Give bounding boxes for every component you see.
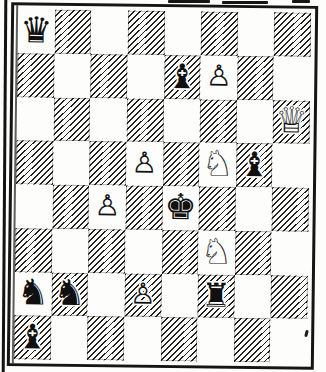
square-b6[interactable]: [53, 97, 90, 141]
square-a8[interactable]: ♛: [18, 9, 55, 53]
square-d7[interactable]: [127, 54, 164, 98]
square-g2[interactable]: [234, 274, 271, 318]
square-c2[interactable]: [88, 273, 125, 317]
square-g5[interactable]: ♝: [236, 143, 273, 187]
square-b8[interactable]: [54, 10, 91, 54]
square-d6[interactable]: [126, 98, 163, 142]
square-f8[interactable]: [201, 11, 238, 55]
square-f5[interactable]: ♘: [199, 143, 236, 187]
square-g4[interactable]: [235, 187, 272, 231]
square-h8[interactable]: [274, 12, 311, 56]
black-king: ♚: [164, 189, 197, 225]
square-c8[interactable]: [91, 10, 128, 54]
square-c5[interactable]: [89, 141, 126, 185]
square-e5[interactable]: [163, 142, 200, 186]
black-bishop: ♝: [239, 147, 270, 181]
print-artifact: [292, 0, 310, 3]
square-h1[interactable]: [270, 319, 307, 363]
white-pawn: ♙: [131, 148, 157, 177]
square-d3[interactable]: [125, 229, 162, 273]
square-e8[interactable]: [164, 11, 201, 55]
white-knight: ♘: [201, 146, 234, 182]
square-d1[interactable]: [124, 317, 161, 361]
square-d8[interactable]: [127, 11, 164, 55]
square-a4[interactable]: [15, 184, 52, 228]
square-f4[interactable]: [199, 186, 236, 230]
square-a3[interactable]: [15, 228, 52, 272]
square-d4[interactable]: [125, 186, 162, 230]
square-d5[interactable]: ♙: [126, 142, 163, 186]
square-f1[interactable]: [197, 318, 234, 362]
square-g3[interactable]: [235, 231, 272, 275]
white-queen: ♕: [275, 103, 308, 139]
square-a7[interactable]: [17, 53, 54, 97]
square-h3[interactable]: [271, 231, 308, 275]
black-knight: ♞: [17, 275, 50, 311]
square-e7[interactable]: ♝: [164, 55, 201, 99]
black-queen: ♛: [20, 12, 53, 48]
white-pawn: ♙: [206, 62, 232, 91]
square-a2[interactable]: ♞: [14, 272, 51, 316]
square-e3[interactable]: [161, 230, 198, 274]
square-h6[interactable]: ♕: [273, 100, 310, 144]
white-pawn: ♙: [94, 192, 120, 221]
black-bishop: ♝: [17, 319, 48, 353]
square-b1[interactable]: [50, 316, 87, 360]
square-e2[interactable]: [161, 273, 198, 317]
square-f7[interactable]: ♙: [200, 55, 237, 99]
square-a5[interactable]: [16, 140, 53, 184]
square-f6[interactable]: [200, 99, 237, 143]
square-c3[interactable]: [88, 229, 125, 273]
square-f3[interactable]: ♘: [198, 230, 235, 274]
chess-board-frame: ♛♝♙♕♙♘♝♙♚♘♞♞♙♜♝: [7, 2, 318, 370]
square-a6[interactable]: [17, 97, 54, 141]
print-artifact: [222, 1, 268, 4]
square-h4[interactable]: [272, 187, 309, 231]
square-a1[interactable]: ♝: [14, 315, 51, 359]
newspaper-clipping: ♛♝♙♕♙♘♝♙♚♘♞♞♙♜♝: [0, 0, 326, 372]
black-bishop: ♝: [167, 59, 198, 93]
square-h7[interactable]: [273, 56, 310, 100]
square-d2[interactable]: ♙: [124, 273, 161, 317]
square-g8[interactable]: [237, 12, 274, 56]
square-b2[interactable]: ♞: [51, 272, 88, 316]
square-b3[interactable]: [52, 228, 89, 272]
print-artifact: [168, 0, 210, 3]
square-b5[interactable]: [53, 141, 90, 185]
square-f2[interactable]: ♜: [198, 274, 235, 318]
square-b7[interactable]: [54, 53, 91, 97]
square-g6[interactable]: [236, 99, 273, 143]
square-c7[interactable]: [90, 54, 127, 98]
square-b4[interactable]: [52, 185, 89, 229]
chess-board: ♛♝♙♕♙♘♝♙♚♘♞♞♙♜♝: [14, 9, 311, 363]
square-c1[interactable]: [87, 316, 124, 360]
square-h2[interactable]: [271, 275, 308, 319]
black-rook: ♜: [201, 278, 231, 311]
square-e4[interactable]: ♚: [162, 186, 199, 230]
white-knight: ♘: [200, 233, 233, 269]
square-g7[interactable]: [237, 56, 274, 100]
square-e6[interactable]: [163, 99, 200, 143]
square-g1[interactable]: [234, 318, 271, 362]
white-pawn: ♙: [130, 279, 156, 308]
square-c6[interactable]: [90, 98, 127, 142]
square-c4[interactable]: ♙: [89, 185, 126, 229]
square-e1[interactable]: [160, 317, 197, 361]
square-h5[interactable]: [272, 144, 309, 188]
black-knight: ♞: [53, 275, 86, 311]
